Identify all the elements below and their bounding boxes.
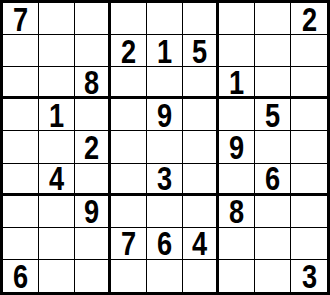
sudoku-cell[interactable] — [255, 3, 291, 35]
sudoku-cell[interactable] — [75, 3, 111, 35]
given-digit: 6 — [265, 164, 280, 196]
given-digit: 7 — [121, 228, 136, 260]
sudoku-cell[interactable] — [75, 260, 111, 292]
given-digit: 9 — [157, 99, 172, 131]
sudoku-cell[interactable] — [183, 99, 219, 131]
given-digit: 1 — [157, 35, 172, 67]
sudoku-cell[interactable] — [111, 99, 147, 131]
given-digit: 5 — [265, 99, 280, 131]
sudoku-cell[interactable] — [291, 228, 327, 260]
sudoku-cell[interactable] — [111, 67, 147, 99]
given-digit: 1 — [229, 67, 244, 99]
given-digit: 8 — [229, 196, 244, 228]
sudoku-cell[interactable] — [255, 228, 291, 260]
given-digit: 3 — [301, 260, 316, 292]
sudoku-cell[interactable] — [255, 67, 291, 99]
sudoku-cell[interactable]: 9 — [219, 131, 255, 163]
sudoku-cell[interactable]: 2 — [291, 3, 327, 35]
sudoku-cell[interactable]: 6 — [255, 164, 291, 196]
sudoku-cell[interactable] — [111, 260, 147, 292]
given-digit: 2 — [301, 3, 316, 35]
sudoku-cell[interactable] — [39, 35, 75, 67]
sudoku-cell[interactable] — [219, 35, 255, 67]
sudoku-cell[interactable] — [39, 131, 75, 163]
given-digit: 5 — [192, 35, 207, 67]
sudoku-cell[interactable] — [75, 35, 111, 67]
sudoku-cell[interactable] — [255, 35, 291, 67]
sudoku-cell[interactable] — [219, 260, 255, 292]
sudoku-cell[interactable] — [39, 228, 75, 260]
sudoku-cell[interactable] — [3, 196, 39, 228]
sudoku-cell[interactable]: 1 — [39, 99, 75, 131]
sudoku-cell[interactable]: 3 — [291, 260, 327, 292]
sudoku-cell[interactable]: 5 — [183, 35, 219, 67]
sudoku-cell[interactable] — [75, 228, 111, 260]
sudoku-cell[interactable]: 4 — [39, 164, 75, 196]
sudoku-cell[interactable] — [291, 67, 327, 99]
sudoku-cell[interactable] — [291, 164, 327, 196]
sudoku-cell[interactable] — [147, 260, 183, 292]
given-digit: 4 — [49, 164, 64, 196]
sudoku-cell[interactable] — [291, 35, 327, 67]
sudoku-cell[interactable] — [219, 228, 255, 260]
sudoku-cell[interactable] — [3, 35, 39, 67]
sudoku-cell[interactable] — [39, 260, 75, 292]
sudoku-cell[interactable] — [183, 196, 219, 228]
given-digit: 2 — [121, 35, 136, 67]
sudoku-cell[interactable] — [183, 260, 219, 292]
sudoku-cell[interactable] — [111, 131, 147, 163]
sudoku-cell[interactable]: 7 — [3, 3, 39, 35]
sudoku-board: 7221581195294369876463 — [0, 0, 330, 295]
given-digit: 6 — [13, 260, 28, 292]
sudoku-cell[interactable] — [183, 67, 219, 99]
given-digit: 2 — [84, 131, 99, 163]
sudoku-cell[interactable] — [147, 67, 183, 99]
sudoku-cell[interactable] — [183, 131, 219, 163]
given-digit: 9 — [84, 196, 99, 228]
sudoku-cell[interactable] — [147, 196, 183, 228]
sudoku-cell[interactable]: 6 — [3, 260, 39, 292]
sudoku-cell[interactable] — [75, 99, 111, 131]
sudoku-cell[interactable]: 2 — [111, 35, 147, 67]
sudoku-cell[interactable] — [255, 131, 291, 163]
sudoku-cell[interactable] — [3, 67, 39, 99]
sudoku-cell[interactable] — [111, 196, 147, 228]
sudoku-cell[interactable] — [3, 164, 39, 196]
sudoku-cell[interactable] — [291, 99, 327, 131]
given-digit: 7 — [13, 3, 28, 35]
sudoku-cell[interactable] — [255, 260, 291, 292]
sudoku-cell[interactable] — [39, 196, 75, 228]
sudoku-cell[interactable] — [219, 164, 255, 196]
given-digit: 1 — [49, 99, 64, 131]
sudoku-cell[interactable] — [291, 131, 327, 163]
sudoku-cell[interactable]: 1 — [219, 67, 255, 99]
sudoku-cell[interactable] — [3, 228, 39, 260]
sudoku-cell[interactable] — [147, 3, 183, 35]
given-digit: 4 — [192, 228, 207, 260]
sudoku-cell[interactable]: 3 — [147, 164, 183, 196]
sudoku-cell[interactable] — [219, 99, 255, 131]
sudoku-cell[interactable]: 4 — [183, 228, 219, 260]
sudoku-cell[interactable]: 5 — [255, 99, 291, 131]
sudoku-cell[interactable] — [255, 196, 291, 228]
given-digit: 3 — [157, 164, 172, 196]
sudoku-cell[interactable]: 8 — [75, 67, 111, 99]
sudoku-cell[interactable]: 1 — [147, 35, 183, 67]
sudoku-cell[interactable] — [291, 196, 327, 228]
sudoku-cell[interactable] — [75, 164, 111, 196]
sudoku-cell[interactable]: 9 — [75, 196, 111, 228]
sudoku-cell[interactable]: 8 — [219, 196, 255, 228]
sudoku-cell[interactable] — [3, 99, 39, 131]
given-digit: 6 — [157, 228, 172, 260]
sudoku-cell[interactable] — [39, 3, 75, 35]
sudoku-cell[interactable] — [183, 3, 219, 35]
given-digit: 9 — [229, 131, 244, 163]
sudoku-cell[interactable] — [111, 164, 147, 196]
sudoku-cell[interactable] — [147, 131, 183, 163]
sudoku-cell[interactable]: 2 — [75, 131, 111, 163]
sudoku-cell[interactable] — [111, 3, 147, 35]
sudoku-cell[interactable]: 6 — [147, 228, 183, 260]
sudoku-cell[interactable] — [3, 131, 39, 163]
sudoku-cell[interactable] — [183, 164, 219, 196]
sudoku-cell[interactable] — [39, 67, 75, 99]
sudoku-cell[interactable]: 7 — [111, 228, 147, 260]
sudoku-cell[interactable]: 9 — [147, 99, 183, 131]
sudoku-cell[interactable] — [219, 3, 255, 35]
given-digit: 8 — [84, 67, 99, 99]
